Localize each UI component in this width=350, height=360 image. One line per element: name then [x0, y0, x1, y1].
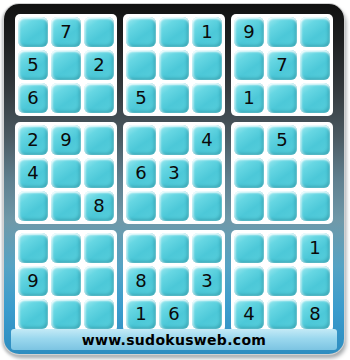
cell-r7c6[interactable]: [192, 233, 222, 263]
cell-r5c6[interactable]: [192, 158, 222, 188]
cell-r7c3[interactable]: [84, 233, 114, 263]
cell-r6c8[interactable]: [267, 191, 297, 221]
cell-r6c7[interactable]: [234, 191, 264, 221]
sudoku-grid: 7526159712948463598316148: [15, 14, 333, 332]
cell-r4c5[interactable]: [159, 125, 189, 155]
cell-r3c3[interactable]: [84, 83, 114, 113]
cell-r1c5[interactable]: [159, 17, 189, 47]
cell-r7c4[interactable]: [126, 233, 156, 263]
cell-r6c9[interactable]: [300, 191, 330, 221]
cell-r8c5[interactable]: [159, 266, 189, 296]
cell-r9c5[interactable]: 6: [159, 299, 189, 329]
cell-r9c6[interactable]: [192, 299, 222, 329]
cell-r8c9[interactable]: [300, 266, 330, 296]
box-3-1: 9: [15, 230, 117, 332]
cell-r8c2[interactable]: [51, 266, 81, 296]
cell-r6c5[interactable]: [159, 191, 189, 221]
cell-r8c1[interactable]: 9: [18, 266, 48, 296]
website-url: www.sudokusweb.com: [82, 332, 266, 348]
cell-r1c4[interactable]: [126, 17, 156, 47]
cell-r4c8[interactable]: 5: [267, 125, 297, 155]
cell-r4c3[interactable]: [84, 125, 114, 155]
cell-r3c6[interactable]: [192, 83, 222, 113]
cell-r5c4[interactable]: 6: [126, 158, 156, 188]
cell-r1c2[interactable]: 7: [51, 17, 81, 47]
cell-r6c2[interactable]: [51, 191, 81, 221]
cell-r7c1[interactable]: [18, 233, 48, 263]
cell-r9c3[interactable]: [84, 299, 114, 329]
cell-r2c1[interactable]: 5: [18, 50, 48, 80]
cell-r1c7[interactable]: 9: [234, 17, 264, 47]
cell-r3c1[interactable]: 6: [18, 83, 48, 113]
cell-r1c6[interactable]: 1: [192, 17, 222, 47]
cell-r7c9[interactable]: 1: [300, 233, 330, 263]
cell-r7c8[interactable]: [267, 233, 297, 263]
cell-r8c3[interactable]: [84, 266, 114, 296]
cell-r1c8[interactable]: [267, 17, 297, 47]
cell-r3c9[interactable]: [300, 83, 330, 113]
cell-r2c2[interactable]: [51, 50, 81, 80]
cell-r4c1[interactable]: 2: [18, 125, 48, 155]
cell-r5c9[interactable]: [300, 158, 330, 188]
cell-r4c2[interactable]: 9: [51, 125, 81, 155]
cell-r3c5[interactable]: [159, 83, 189, 113]
cell-r5c5[interactable]: 3: [159, 158, 189, 188]
cell-r7c5[interactable]: [159, 233, 189, 263]
cell-r7c7[interactable]: [234, 233, 264, 263]
cell-r5c1[interactable]: 4: [18, 158, 48, 188]
cell-r6c1[interactable]: [18, 191, 48, 221]
cell-r3c7[interactable]: 1: [234, 83, 264, 113]
cell-r9c4[interactable]: 1: [126, 299, 156, 329]
sudoku-board: 7526159712948463598316148 www.sudokusweb…: [4, 4, 344, 354]
cell-r3c4[interactable]: 5: [126, 83, 156, 113]
cell-r1c3[interactable]: [84, 17, 114, 47]
cell-r5c8[interactable]: [267, 158, 297, 188]
box-1-1: 7526: [15, 14, 117, 116]
cell-r2c9[interactable]: [300, 50, 330, 80]
footer-band: www.sudokusweb.com: [11, 329, 337, 350]
cell-r4c4[interactable]: [126, 125, 156, 155]
cell-r4c9[interactable]: [300, 125, 330, 155]
cell-r8c4[interactable]: 8: [126, 266, 156, 296]
cell-r6c4[interactable]: [126, 191, 156, 221]
cell-r2c8[interactable]: 7: [267, 50, 297, 80]
cell-r2c7[interactable]: [234, 50, 264, 80]
cell-r5c7[interactable]: [234, 158, 264, 188]
box-2-2: 463: [123, 122, 225, 224]
cell-r8c7[interactable]: [234, 266, 264, 296]
cell-r1c9[interactable]: [300, 17, 330, 47]
box-3-3: 148: [231, 230, 333, 332]
cell-r4c6[interactable]: 4: [192, 125, 222, 155]
cell-r2c6[interactable]: [192, 50, 222, 80]
cell-r5c3[interactable]: [84, 158, 114, 188]
box-3-2: 8316: [123, 230, 225, 332]
cell-r1c1[interactable]: [18, 17, 48, 47]
cell-r4c7[interactable]: [234, 125, 264, 155]
cell-r9c9[interactable]: 8: [300, 299, 330, 329]
cell-r8c8[interactable]: [267, 266, 297, 296]
cell-r9c1[interactable]: [18, 299, 48, 329]
cell-r2c4[interactable]: [126, 50, 156, 80]
cell-r5c2[interactable]: [51, 158, 81, 188]
cell-r6c3[interactable]: 8: [84, 191, 114, 221]
cell-r6c6[interactable]: [192, 191, 222, 221]
box-2-3: 5: [231, 122, 333, 224]
box-2-1: 2948: [15, 122, 117, 224]
cell-r9c8[interactable]: [267, 299, 297, 329]
cell-r2c5[interactable]: [159, 50, 189, 80]
cell-r9c7[interactable]: 4: [234, 299, 264, 329]
cell-r3c8[interactable]: [267, 83, 297, 113]
cell-r2c3[interactable]: 2: [84, 50, 114, 80]
cell-r8c6[interactable]: 3: [192, 266, 222, 296]
box-1-2: 15: [123, 14, 225, 116]
cell-r3c2[interactable]: [51, 83, 81, 113]
box-1-3: 971: [231, 14, 333, 116]
cell-r9c2[interactable]: [51, 299, 81, 329]
cell-r7c2[interactable]: [51, 233, 81, 263]
